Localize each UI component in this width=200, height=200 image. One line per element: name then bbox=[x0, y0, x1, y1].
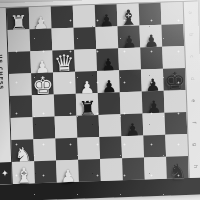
square-h3: ♟ bbox=[57, 160, 80, 183]
square-c3: ♛ bbox=[53, 50, 76, 73]
square-f7 bbox=[143, 112, 166, 135]
square-e1 bbox=[10, 95, 33, 118]
square-a5: ♟ bbox=[95, 4, 118, 27]
square-b6: ♟ bbox=[118, 25, 141, 48]
square-e7: ♟ bbox=[142, 90, 165, 113]
square-f5 bbox=[99, 114, 122, 137]
file-label-c: c bbox=[182, 49, 200, 63]
file-label-g: g bbox=[185, 137, 200, 151]
square-b3 bbox=[52, 28, 75, 51]
file-label-e: e bbox=[183, 93, 200, 107]
square-c4 bbox=[75, 49, 98, 72]
square-e2 bbox=[32, 94, 55, 117]
square-g2 bbox=[34, 138, 57, 161]
file-label-h: h bbox=[185, 159, 200, 173]
square-e4: ♜ bbox=[76, 93, 99, 116]
board-grid: ♜♟♟♝♟♟♟♛♟♚♟♟♟♚♜♟♟♞♝♟♞ bbox=[7, 2, 189, 184]
square-h7 bbox=[145, 156, 168, 179]
square-f1 bbox=[11, 117, 34, 140]
square-c2: ♟ bbox=[31, 50, 54, 73]
square-a7 bbox=[139, 3, 162, 26]
square-f2 bbox=[33, 116, 56, 139]
square-d2: ♚ bbox=[32, 72, 55, 95]
square-a1: ♜ bbox=[7, 7, 30, 30]
square-f4 bbox=[77, 115, 100, 138]
square-g1: ♞ bbox=[12, 139, 35, 162]
square-h2 bbox=[35, 160, 58, 183]
square-g5 bbox=[100, 136, 123, 159]
square-b5 bbox=[96, 26, 119, 49]
square-g4 bbox=[78, 137, 101, 160]
square-a2: ♟ bbox=[29, 6, 52, 29]
square-f6: ♟ bbox=[121, 113, 144, 136]
square-c6 bbox=[119, 47, 142, 70]
square-e3 bbox=[54, 94, 77, 117]
square-e6 bbox=[120, 91, 143, 114]
square-f3 bbox=[55, 116, 78, 139]
square-a3 bbox=[51, 6, 74, 29]
square-c7 bbox=[141, 47, 164, 70]
square-g3 bbox=[56, 138, 79, 161]
square-b4 bbox=[74, 27, 97, 50]
file-label-d: d bbox=[182, 71, 200, 85]
file-label-b: b bbox=[181, 27, 200, 41]
square-d7: ♟ bbox=[141, 69, 164, 92]
square-d3 bbox=[54, 72, 77, 95]
square-b2 bbox=[30, 28, 53, 51]
square-a6: ♝ bbox=[117, 3, 140, 26]
square-e5 bbox=[98, 92, 121, 115]
file-label-a: a bbox=[180, 5, 200, 19]
chess-board: US CHESS ✦ ♜♟♟♝♟♟♟♛♟♚♟♟♟♚♜♟♟♞♝♟♞ abcdefg… bbox=[0, 0, 200, 200]
board-right-border: abcdefgh bbox=[183, 1, 200, 177]
compass-star-icon: ✦ bbox=[0, 162, 12, 184]
us-chess-label: US CHESS bbox=[0, 54, 5, 90]
board-photo: US CHESS ✦ ♜♟♟♝♟♟♟♛♟♚♟♟♟♚♜♟♟♞♝♟♞ abcdefg… bbox=[0, 0, 200, 200]
square-h4 bbox=[79, 159, 102, 182]
file-label-f: f bbox=[184, 115, 200, 129]
square-h5 bbox=[101, 158, 124, 181]
square-a4 bbox=[73, 5, 96, 28]
square-d1 bbox=[10, 73, 33, 96]
square-h1: ♝ bbox=[13, 161, 36, 184]
square-c1 bbox=[9, 51, 32, 74]
square-h6 bbox=[123, 157, 146, 180]
square-b7: ♟ bbox=[140, 25, 163, 48]
square-g6 bbox=[122, 135, 145, 158]
square-b1 bbox=[8, 29, 31, 52]
square-d4: ♟ bbox=[76, 71, 99, 94]
square-g7 bbox=[144, 134, 167, 157]
square-d6 bbox=[119, 69, 142, 92]
square-d5: ♟ bbox=[98, 70, 121, 93]
square-c5: ♟ bbox=[97, 48, 120, 71]
